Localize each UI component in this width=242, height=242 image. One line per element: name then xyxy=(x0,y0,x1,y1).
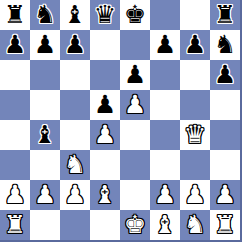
square-f8[interactable] xyxy=(150,0,180,30)
square-a8[interactable]: ♜ xyxy=(0,0,30,30)
square-c6[interactable] xyxy=(60,60,90,90)
square-c7[interactable]: ♟ xyxy=(60,30,90,60)
square-c4[interactable] xyxy=(60,120,90,150)
square-b1[interactable] xyxy=(30,210,60,240)
square-d8[interactable]: ♛ xyxy=(90,0,120,30)
square-f7[interactable]: ♟ xyxy=(150,30,180,60)
piece-black-pawn-b7[interactable]: ♟ xyxy=(34,32,56,57)
square-b4[interactable]: ♝ xyxy=(30,120,60,150)
square-a2[interactable]: ♟ xyxy=(0,180,30,210)
piece-black-pawn-f7[interactable]: ♟ xyxy=(154,32,176,57)
square-h7[interactable]: ♞ xyxy=(210,30,240,60)
square-b5[interactable] xyxy=(30,90,60,120)
square-c3[interactable]: ♞ xyxy=(60,150,90,180)
piece-white-rook-a1[interactable]: ♜ xyxy=(4,212,26,237)
piece-black-pawn-g7[interactable]: ♟ xyxy=(184,32,206,57)
square-c5[interactable] xyxy=(60,90,90,120)
square-h4[interactable] xyxy=(210,120,240,150)
square-d6[interactable] xyxy=(90,60,120,90)
piece-black-pawn-a7[interactable]: ♟ xyxy=(4,32,26,57)
piece-black-bishop-c8[interactable]: ♝ xyxy=(64,2,86,27)
square-c2[interactable]: ♟ xyxy=(60,180,90,210)
piece-white-pawn-c2[interactable]: ♟ xyxy=(64,182,86,207)
square-d2[interactable]: ♝ xyxy=(90,180,120,210)
piece-black-queen-d8[interactable]: ♛ xyxy=(94,2,116,27)
square-a7[interactable]: ♟ xyxy=(0,30,30,60)
square-a4[interactable] xyxy=(0,120,30,150)
square-a6[interactable] xyxy=(0,60,30,90)
square-e2[interactable] xyxy=(120,180,150,210)
square-d7[interactable] xyxy=(90,30,120,60)
square-f5[interactable] xyxy=(150,90,180,120)
piece-white-pawn-g2[interactable]: ♟ xyxy=(184,182,206,207)
piece-black-king-e8[interactable]: ♚ xyxy=(124,2,146,27)
square-e4[interactable] xyxy=(120,120,150,150)
square-c8[interactable]: ♝ xyxy=(60,0,90,30)
piece-white-bishop-d2[interactable]: ♝ xyxy=(94,182,116,207)
piece-white-knight-g1[interactable]: ♞ xyxy=(184,212,206,237)
square-f1[interactable]: ♝ xyxy=(150,210,180,240)
piece-white-queen-g4[interactable]: ♛ xyxy=(184,122,206,147)
piece-black-pawn-c7[interactable]: ♟ xyxy=(64,32,86,57)
piece-black-knight-h7[interactable]: ♞ xyxy=(214,32,236,57)
piece-white-pawn-d4[interactable]: ♟ xyxy=(94,122,116,147)
square-h8[interactable]: ♜ xyxy=(210,0,240,30)
square-d5[interactable]: ♟ xyxy=(90,90,120,120)
square-g1[interactable]: ♞ xyxy=(180,210,210,240)
square-g2[interactable]: ♟ xyxy=(180,180,210,210)
piece-black-knight-b8[interactable]: ♞ xyxy=(34,2,56,27)
chess-board-widget: ♜♞♝♛♚♜♟♟♟♟♟♞♟♟♟♟♝♟♛♞♟♟♟♝♟♟♟♜♚♝♞♜ xyxy=(0,0,242,242)
piece-white-pawn-h2[interactable]: ♟ xyxy=(214,182,236,207)
piece-white-pawn-e5[interactable]: ♟ xyxy=(124,92,146,117)
square-e7[interactable] xyxy=(120,30,150,60)
square-f3[interactable] xyxy=(150,150,180,180)
square-e1[interactable]: ♚ xyxy=(120,210,150,240)
piece-white-bishop-f1[interactable]: ♝ xyxy=(154,212,176,237)
square-f6[interactable] xyxy=(150,60,180,90)
square-g7[interactable]: ♟ xyxy=(180,30,210,60)
square-b2[interactable]: ♟ xyxy=(30,180,60,210)
square-b6[interactable] xyxy=(30,60,60,90)
piece-white-king-e1[interactable]: ♚ xyxy=(124,212,146,237)
square-b3[interactable] xyxy=(30,150,60,180)
square-h5[interactable] xyxy=(210,90,240,120)
piece-white-pawn-a2[interactable]: ♟ xyxy=(4,182,26,207)
piece-black-pawn-h6[interactable]: ♟ xyxy=(214,62,236,87)
square-e6[interactable]: ♟ xyxy=(120,60,150,90)
square-h2[interactable]: ♟ xyxy=(210,180,240,210)
square-a3[interactable] xyxy=(0,150,30,180)
square-h3[interactable] xyxy=(210,150,240,180)
square-g3[interactable] xyxy=(180,150,210,180)
piece-white-pawn-f2[interactable]: ♟ xyxy=(154,182,176,207)
square-e3[interactable] xyxy=(120,150,150,180)
square-d4[interactable]: ♟ xyxy=(90,120,120,150)
square-g5[interactable] xyxy=(180,90,210,120)
square-g4[interactable]: ♛ xyxy=(180,120,210,150)
square-b8[interactable]: ♞ xyxy=(30,0,60,30)
square-h6[interactable]: ♟ xyxy=(210,60,240,90)
piece-white-knight-c3[interactable]: ♞ xyxy=(64,152,86,177)
square-a5[interactable] xyxy=(0,90,30,120)
chess-board: ♜♞♝♛♚♜♟♟♟♟♟♞♟♟♟♟♝♟♛♞♟♟♟♝♟♟♟♜♚♝♞♜ xyxy=(0,0,242,242)
square-e5[interactable]: ♟ xyxy=(120,90,150,120)
piece-black-rook-a8[interactable]: ♜ xyxy=(4,2,26,27)
piece-black-rook-h8[interactable]: ♜ xyxy=(214,2,236,27)
square-a1[interactable]: ♜ xyxy=(0,210,30,240)
piece-black-pawn-d5[interactable]: ♟ xyxy=(94,92,116,117)
square-f2[interactable]: ♟ xyxy=(150,180,180,210)
square-h1[interactable]: ♜ xyxy=(210,210,240,240)
square-e8[interactable]: ♚ xyxy=(120,0,150,30)
piece-white-rook-h1[interactable]: ♜ xyxy=(214,212,236,237)
square-g6[interactable] xyxy=(180,60,210,90)
square-g8[interactable] xyxy=(180,0,210,30)
piece-white-pawn-b2[interactable]: ♟ xyxy=(34,182,56,207)
square-b7[interactable]: ♟ xyxy=(30,30,60,60)
square-f4[interactable] xyxy=(150,120,180,150)
square-d3[interactable] xyxy=(90,150,120,180)
piece-black-bishop-b4[interactable]: ♝ xyxy=(34,122,56,147)
square-c1[interactable] xyxy=(60,210,90,240)
square-d1[interactable] xyxy=(90,210,120,240)
piece-black-pawn-e6[interactable]: ♟ xyxy=(124,62,146,87)
